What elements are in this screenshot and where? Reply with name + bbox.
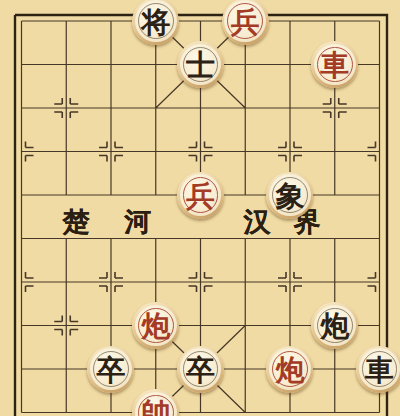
- piece-black[interactable]: 卒: [177, 346, 224, 393]
- piece-glyph: 炮: [141, 312, 170, 341]
- piece-red[interactable]: 兵: [177, 172, 224, 219]
- piece-black[interactable]: 士: [177, 41, 224, 88]
- piece-glyph: 卒: [186, 355, 215, 384]
- piece-black[interactable]: 炮: [311, 302, 358, 349]
- piece-glyph: 象: [275, 181, 304, 210]
- piece-red[interactable]: 帥: [132, 389, 179, 416]
- piece-glyph: 車: [320, 51, 349, 80]
- piece-glyph: 車: [365, 355, 394, 384]
- piece-red[interactable]: 兵: [222, 0, 269, 45]
- piece-glyph: 炮: [320, 312, 349, 341]
- piece-red[interactable]: 車: [311, 41, 358, 88]
- piece-black[interactable]: 象: [266, 172, 313, 219]
- piece-black[interactable]: 将: [132, 0, 179, 45]
- piece-glyph: 炮: [275, 355, 304, 384]
- piece-glyph: 兵: [186, 181, 215, 210]
- piece-glyph: 士: [186, 51, 215, 80]
- piece-black[interactable]: 卒: [87, 346, 134, 393]
- piece-glyph: 帥: [141, 399, 170, 416]
- pieces-grid: 将兵士車兵象炮炮卒卒炮車帥: [0, 0, 400, 416]
- piece-red[interactable]: 炮: [266, 346, 313, 393]
- piece-black[interactable]: 車: [356, 346, 400, 393]
- piece-glyph: 兵: [231, 7, 260, 36]
- piece-red[interactable]: 炮: [132, 302, 179, 349]
- piece-glyph: 卒: [96, 355, 125, 384]
- piece-glyph: 将: [141, 7, 170, 36]
- xiangqi-board: 楚 河 汉 界 将兵士車兵象炮炮卒卒炮車帥: [0, 0, 400, 416]
